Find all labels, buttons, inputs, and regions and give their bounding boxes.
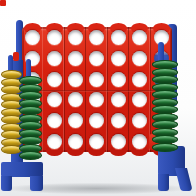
board-cell-r6c2 [47, 134, 62, 149]
board-cell-r2c3 [68, 51, 83, 66]
board-cell-r5c5 [111, 113, 126, 128]
green-disc [19, 151, 42, 160]
disc-stack-right-green [152, 60, 178, 152]
board-cell-r2c2 [47, 51, 62, 66]
board-cell-r3c6 [132, 72, 147, 87]
red-accent-left-base [0, 0, 6, 6]
product-photo-giant-connect-four [0, 0, 196, 196]
disc-rod-right-green [158, 42, 164, 62]
disc-stack-left-green [19, 76, 42, 160]
board-cell-r4c2 [47, 92, 62, 107]
board-cell-r1c1 [25, 30, 40, 45]
board-cell-r1c5 [111, 30, 126, 45]
board-cell-r2c5 [111, 51, 126, 66]
red-connector-left-top [13, 52, 19, 61]
left-leg-front-foot [1, 176, 12, 191]
right-leg-front-foot [158, 174, 169, 191]
board-cell-r5c3 [68, 113, 83, 128]
green-disc [152, 143, 178, 152]
connect-four-board [22, 27, 172, 152]
board-cell-r1c4 [89, 30, 104, 45]
board-cell-r1c6 [132, 30, 147, 45]
board-cell-r1c3 [68, 30, 83, 45]
board-cell-r4c4 [89, 92, 104, 107]
left-leg-rear-foot [30, 176, 43, 191]
board-cell-r1c2 [47, 30, 62, 45]
board-cell-r3c3 [68, 72, 83, 87]
board-cell-r4c5 [111, 92, 126, 107]
board-cell-r2c6 [132, 51, 147, 66]
board-cell-r3c2 [47, 72, 62, 87]
left-leg-base [1, 162, 43, 177]
board-cell-r6c5 [111, 134, 126, 149]
board-cell-r4c3 [68, 92, 83, 107]
board-cell-r5c6 [132, 113, 147, 128]
board-cell-r5c4 [89, 113, 104, 128]
board-cell-r3c5 [111, 72, 126, 87]
board-cell-r2c4 [89, 51, 104, 66]
board-cell-r5c2 [47, 113, 62, 128]
board-cell-r3c4 [89, 72, 104, 87]
board-cell-r4c6 [132, 92, 147, 107]
